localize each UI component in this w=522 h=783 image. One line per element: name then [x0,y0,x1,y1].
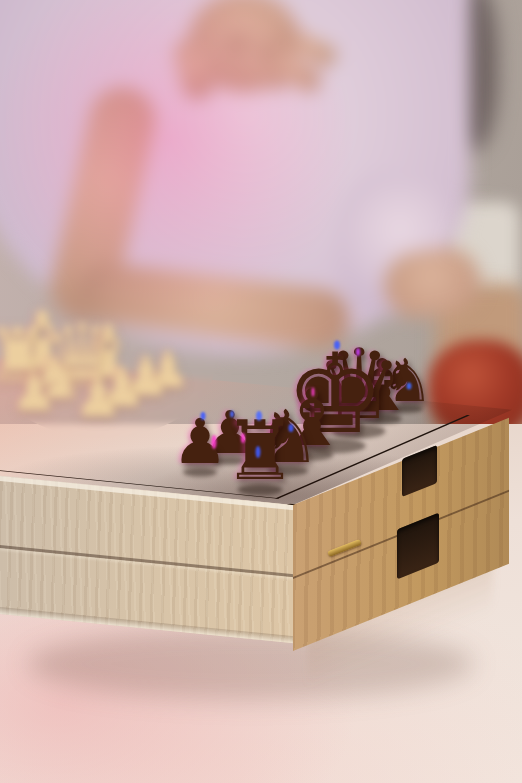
box-lid-seam [0,545,294,577]
depth-of-field-blur [0,288,215,438]
photo-stage: 87654321HGFEDCBA ♝♝♜♟♛♟♞♟♟♟ ♞♝♛♚♝♟♞♟♜ [0,0,522,783]
box-front-face [0,476,294,643]
